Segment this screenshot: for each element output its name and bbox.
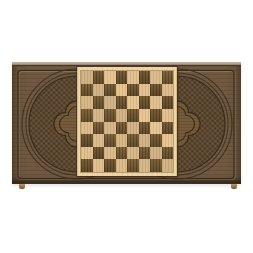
board-square [127,71,139,84]
chess-board [81,71,173,172]
board-square [150,159,162,172]
board-square [127,96,139,109]
board-square [127,134,139,147]
board-square [127,109,139,122]
board-square [116,134,128,147]
product-photo [0,0,253,253]
board-square [162,71,174,84]
board-square [104,96,116,109]
board-square [81,147,93,160]
board-square [104,159,116,172]
board-square [150,147,162,160]
board-square [139,109,151,122]
board-square [150,122,162,135]
board-square [127,159,139,172]
board-square [139,159,151,172]
board-square [104,84,116,97]
board-square [162,84,174,97]
board-square [81,96,93,109]
board-square [139,147,151,160]
case-foot-right [231,184,237,189]
board-square [93,147,105,160]
board-square [93,71,105,84]
board-square [139,96,151,109]
board-square [127,84,139,97]
board-square [104,134,116,147]
board-square [116,84,128,97]
board-square [116,147,128,160]
board-square [162,159,174,172]
board-square [162,134,174,147]
board-square [93,84,105,97]
board-square [139,84,151,97]
board-square [104,147,116,160]
board-square [93,122,105,135]
board-square [162,96,174,109]
board-square [116,96,128,109]
case-foot-left [19,184,25,189]
board-square [81,84,93,97]
board-square [81,109,93,122]
chess-board-panel [77,67,177,176]
board-square [162,122,174,135]
board-square [81,71,93,84]
board-square [93,96,105,109]
board-square [116,122,128,135]
board-square [104,109,116,122]
board-square [162,109,174,122]
board-square [127,122,139,135]
board-square [150,134,162,147]
board-square [116,109,128,122]
board-square [150,71,162,84]
board-square [150,109,162,122]
board-square [81,159,93,172]
board-square [116,159,128,172]
board-square [104,71,116,84]
board-square [93,159,105,172]
board-square [127,147,139,160]
board-square [139,122,151,135]
board-square [139,134,151,147]
board-square [150,96,162,109]
board-square [162,147,174,160]
board-square [116,71,128,84]
board-square [93,134,105,147]
board-square [81,122,93,135]
board-square [81,134,93,147]
board-square [139,71,151,84]
board-square [150,84,162,97]
backgammon-case [12,62,241,184]
board-square [104,122,116,135]
board-square [93,109,105,122]
